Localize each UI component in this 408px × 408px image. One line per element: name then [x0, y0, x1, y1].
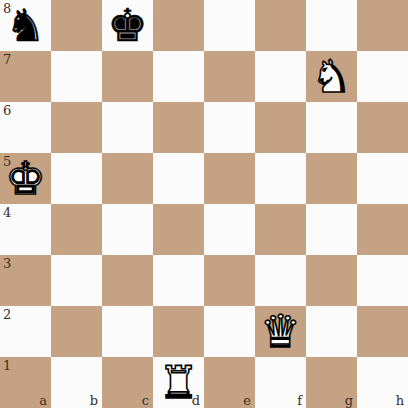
square-e7[interactable] [204, 51, 255, 102]
square-g5[interactable] [306, 153, 357, 204]
file-label-c: c [142, 394, 149, 407]
square-h7[interactable] [357, 51, 408, 102]
square-g7[interactable]: ♞ [306, 51, 357, 102]
file-label-e: e [243, 394, 251, 407]
black-knight-piece[interactable]: ♞ [0, 0, 51, 51]
square-c7[interactable] [102, 51, 153, 102]
square-g2[interactable] [306, 306, 357, 357]
square-f4[interactable] [255, 204, 306, 255]
square-g1[interactable]: g [306, 357, 357, 408]
square-d4[interactable] [153, 204, 204, 255]
square-b3[interactable] [51, 255, 102, 306]
white-king-piece[interactable]: ♚ [0, 153, 51, 204]
square-f7[interactable] [255, 51, 306, 102]
square-a6[interactable]: 6 [0, 102, 51, 153]
square-e5[interactable] [204, 153, 255, 204]
square-d1[interactable]: d♜ [153, 357, 204, 408]
square-c3[interactable] [102, 255, 153, 306]
chess-board: 8♞♚7♞65♚432♛1abcd♜efgh [0, 0, 408, 408]
square-a5[interactable]: 5♚ [0, 153, 51, 204]
square-a7[interactable]: 7 [0, 51, 51, 102]
square-f3[interactable] [255, 255, 306, 306]
square-f6[interactable] [255, 102, 306, 153]
file-label-f: f [297, 394, 302, 407]
file-label-b: b [90, 394, 98, 407]
square-e1[interactable]: e [204, 357, 255, 408]
square-b7[interactable] [51, 51, 102, 102]
square-c1[interactable]: c [102, 357, 153, 408]
square-d8[interactable] [153, 0, 204, 51]
black-king-piece[interactable]: ♚ [102, 0, 153, 51]
square-f5[interactable] [255, 153, 306, 204]
square-b1[interactable]: b [51, 357, 102, 408]
square-h8[interactable] [357, 0, 408, 51]
square-d7[interactable] [153, 51, 204, 102]
square-h4[interactable] [357, 204, 408, 255]
square-h5[interactable] [357, 153, 408, 204]
square-f1[interactable]: f [255, 357, 306, 408]
rank-label-6: 6 [3, 104, 11, 117]
square-a3[interactable]: 3 [0, 255, 51, 306]
square-e2[interactable] [204, 306, 255, 357]
square-h3[interactable] [357, 255, 408, 306]
rank-label-7: 7 [3, 53, 11, 66]
square-d2[interactable] [153, 306, 204, 357]
square-a2[interactable]: 2 [0, 306, 51, 357]
square-a8[interactable]: 8♞ [0, 0, 51, 51]
square-h1[interactable]: h [357, 357, 408, 408]
square-b8[interactable] [51, 0, 102, 51]
file-label-g: g [345, 394, 353, 407]
square-c6[interactable] [102, 102, 153, 153]
square-g6[interactable] [306, 102, 357, 153]
rank-label-4: 4 [3, 206, 11, 219]
square-e4[interactable] [204, 204, 255, 255]
white-queen-piece[interactable]: ♛ [255, 306, 306, 357]
square-h2[interactable] [357, 306, 408, 357]
square-b4[interactable] [51, 204, 102, 255]
square-g3[interactable] [306, 255, 357, 306]
square-c2[interactable] [102, 306, 153, 357]
rank-label-1: 1 [3, 359, 11, 372]
square-b6[interactable] [51, 102, 102, 153]
file-label-h: h [396, 394, 404, 407]
white-rook-piece[interactable]: ♜ [153, 357, 204, 408]
rank-label-2: 2 [3, 308, 11, 321]
square-h6[interactable] [357, 102, 408, 153]
square-b5[interactable] [51, 153, 102, 204]
square-g4[interactable] [306, 204, 357, 255]
square-c8[interactable]: ♚ [102, 0, 153, 51]
white-knight-piece[interactable]: ♞ [306, 51, 357, 102]
square-d3[interactable] [153, 255, 204, 306]
square-g8[interactable] [306, 0, 357, 51]
square-c4[interactable] [102, 204, 153, 255]
square-e6[interactable] [204, 102, 255, 153]
square-a4[interactable]: 4 [0, 204, 51, 255]
square-f2[interactable]: ♛ [255, 306, 306, 357]
square-d6[interactable] [153, 102, 204, 153]
square-b2[interactable] [51, 306, 102, 357]
square-a1[interactable]: 1a [0, 357, 51, 408]
file-label-a: a [39, 394, 47, 407]
square-c5[interactable] [102, 153, 153, 204]
square-f8[interactable] [255, 0, 306, 51]
square-e3[interactable] [204, 255, 255, 306]
rank-label-3: 3 [3, 257, 11, 270]
square-e8[interactable] [204, 0, 255, 51]
square-d5[interactable] [153, 153, 204, 204]
